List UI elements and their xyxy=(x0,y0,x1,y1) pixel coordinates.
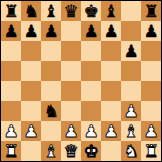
square-e8[interactable]: ♚ xyxy=(81,1,101,21)
square-f4[interactable] xyxy=(101,81,121,101)
square-b3[interactable] xyxy=(21,101,41,121)
square-h5[interactable] xyxy=(141,61,161,81)
piece-black-pawn[interactable]: ♟ xyxy=(123,41,138,61)
piece-white-rook[interactable]: ♜ xyxy=(143,141,158,161)
piece-white-bishop[interactable]: ♝ xyxy=(123,121,138,141)
square-g7[interactable] xyxy=(121,21,141,41)
square-a6[interactable] xyxy=(1,41,21,61)
square-d8[interactable]: ♛ xyxy=(61,1,81,21)
square-c3[interactable]: ♞ xyxy=(41,101,61,121)
square-e5[interactable] xyxy=(81,61,101,81)
square-c6[interactable] xyxy=(41,41,61,61)
square-h2[interactable]: ♟ xyxy=(141,121,161,141)
square-b4[interactable] xyxy=(21,81,41,101)
piece-black-knight[interactable]: ♞ xyxy=(23,1,38,21)
square-h4[interactable] xyxy=(141,81,161,101)
square-a7[interactable]: ♟ xyxy=(1,21,21,41)
square-e7[interactable]: ♟ xyxy=(81,21,101,41)
piece-white-knight[interactable]: ♞ xyxy=(123,141,138,161)
square-f8[interactable]: ♝ xyxy=(101,1,121,21)
piece-white-pawn[interactable]: ♟ xyxy=(83,121,98,141)
square-c7[interactable]: ♟ xyxy=(41,21,61,41)
square-g6[interactable]: ♟ xyxy=(121,41,141,61)
piece-white-king[interactable]: ♚ xyxy=(83,141,98,161)
square-b2[interactable]: ♟ xyxy=(21,121,41,141)
square-d1[interactable]: ♛ xyxy=(61,141,81,161)
square-b7[interactable]: ♟ xyxy=(21,21,41,41)
piece-black-rook[interactable]: ♜ xyxy=(3,1,18,21)
square-a1[interactable]: ♜ xyxy=(1,141,21,161)
square-e2[interactable]: ♟ xyxy=(81,121,101,141)
square-a8[interactable]: ♜ xyxy=(1,1,21,21)
piece-black-knight[interactable]: ♞ xyxy=(43,101,58,121)
piece-black-pawn[interactable]: ♟ xyxy=(143,21,158,41)
square-c8[interactable]: ♝ xyxy=(41,1,61,21)
piece-white-rook[interactable]: ♜ xyxy=(3,141,18,161)
square-c1[interactable]: ♝ xyxy=(41,141,61,161)
square-e6[interactable] xyxy=(81,41,101,61)
square-b6[interactable] xyxy=(21,41,41,61)
square-g1[interactable]: ♞ xyxy=(121,141,141,161)
square-d7[interactable] xyxy=(61,21,81,41)
square-h6[interactable] xyxy=(141,41,161,61)
piece-white-pawn[interactable]: ♟ xyxy=(3,121,18,141)
piece-white-pawn[interactable]: ♟ xyxy=(23,121,38,141)
piece-black-king[interactable]: ♚ xyxy=(83,1,98,21)
square-g4[interactable] xyxy=(121,81,141,101)
square-g5[interactable] xyxy=(121,61,141,81)
square-b1[interactable] xyxy=(21,141,41,161)
piece-black-pawn[interactable]: ♟ xyxy=(103,21,118,41)
square-g3[interactable]: ♟ xyxy=(121,101,141,121)
piece-black-bishop[interactable]: ♝ xyxy=(43,1,58,21)
square-f6[interactable] xyxy=(101,41,121,61)
piece-black-rook[interactable]: ♜ xyxy=(143,1,158,21)
square-c5[interactable] xyxy=(41,61,61,81)
square-h7[interactable]: ♟ xyxy=(141,21,161,41)
piece-white-queen[interactable]: ♛ xyxy=(63,141,78,161)
piece-white-pawn[interactable]: ♟ xyxy=(103,121,118,141)
square-e4[interactable] xyxy=(81,81,101,101)
piece-white-pawn[interactable]: ♟ xyxy=(63,121,78,141)
piece-black-pawn[interactable]: ♟ xyxy=(23,21,38,41)
square-e3[interactable] xyxy=(81,101,101,121)
square-b5[interactable] xyxy=(21,61,41,81)
square-a3[interactable] xyxy=(1,101,21,121)
square-c4[interactable] xyxy=(41,81,61,101)
piece-black-pawn[interactable]: ♟ xyxy=(43,21,58,41)
square-h8[interactable]: ♜ xyxy=(141,1,161,21)
square-h3[interactable] xyxy=(141,101,161,121)
piece-white-bishop[interactable]: ♝ xyxy=(43,141,58,161)
square-c2[interactable] xyxy=(41,121,61,141)
square-b8[interactable]: ♞ xyxy=(21,1,41,21)
square-g2[interactable]: ♝ xyxy=(121,121,141,141)
square-d5[interactable] xyxy=(61,61,81,81)
piece-white-pawn[interactable]: ♟ xyxy=(143,121,158,141)
square-d4[interactable] xyxy=(61,81,81,101)
piece-white-pawn[interactable]: ♟ xyxy=(123,101,138,121)
square-d3[interactable] xyxy=(61,101,81,121)
square-e1[interactable]: ♚ xyxy=(81,141,101,161)
square-f3[interactable] xyxy=(101,101,121,121)
square-f1[interactable] xyxy=(101,141,121,161)
square-f5[interactable] xyxy=(101,61,121,81)
piece-black-pawn[interactable]: ♟ xyxy=(3,21,18,41)
square-d2[interactable]: ♟ xyxy=(61,121,81,141)
square-f2[interactable]: ♟ xyxy=(101,121,121,141)
piece-black-queen[interactable]: ♛ xyxy=(63,1,78,21)
piece-black-bishop[interactable]: ♝ xyxy=(103,1,118,21)
chess-board: ♜♞♝♛♚♝♜♟♟♟♟♟♟♟♞♟♟♟♟♟♟♝♟♜♝♛♚♞♜ xyxy=(0,0,162,162)
square-a4[interactable] xyxy=(1,81,21,101)
piece-black-pawn[interactable]: ♟ xyxy=(83,21,98,41)
square-h1[interactable]: ♜ xyxy=(141,141,161,161)
square-f7[interactable]: ♟ xyxy=(101,21,121,41)
square-a2[interactable]: ♟ xyxy=(1,121,21,141)
square-g8[interactable] xyxy=(121,1,141,21)
square-a5[interactable] xyxy=(1,61,21,81)
square-d6[interactable] xyxy=(61,41,81,61)
